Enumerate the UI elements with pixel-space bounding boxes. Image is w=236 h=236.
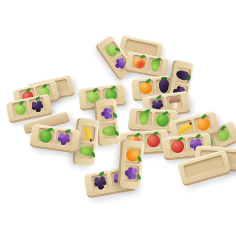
table-surface (0, 0, 236, 236)
orange-icon (195, 116, 211, 131)
peach-icon (132, 56, 145, 69)
pip-recess (78, 143, 94, 159)
eggplant-icon (159, 79, 169, 93)
pip-recess (194, 114, 213, 133)
red-apple-icon (146, 134, 160, 147)
orange-icon (139, 81, 153, 94)
domino-tile-orange-grapes[interactable] (120, 139, 145, 189)
mushroom-icon (167, 95, 182, 110)
banana-icon (84, 125, 92, 141)
green-apple-icon (38, 129, 53, 143)
pip-recess (101, 123, 117, 139)
pip-recess (29, 98, 46, 115)
pip-recess (135, 110, 152, 127)
domino-tile-green-apple-grapes[interactable] (30, 123, 80, 150)
eggplant-icon (175, 69, 190, 82)
pear-icon (149, 59, 160, 73)
domino-tile-grapes-pear[interactable] (96, 98, 121, 146)
pip-recess (147, 57, 163, 73)
pear-icon (138, 111, 149, 126)
pip-recess (124, 146, 141, 163)
pip-recess (131, 55, 147, 71)
pip-recess (166, 94, 183, 111)
pip-recess (145, 132, 162, 149)
lime-icon (14, 103, 28, 116)
pip-recess (99, 105, 115, 121)
pear-icon (102, 125, 116, 136)
domino-tile-peach-pear[interactable] (125, 51, 170, 76)
pip-recess (123, 165, 140, 182)
blackberry-icon (92, 175, 108, 191)
orange-icon (126, 148, 140, 162)
red-apple-icon (171, 139, 185, 153)
green-apple-icon (155, 113, 169, 126)
pear-icon (79, 145, 93, 156)
grapes-icon (100, 106, 114, 120)
pip-recess (80, 125, 96, 141)
pip-recess (12, 101, 29, 118)
pip-recess (174, 67, 191, 84)
grapes-icon (57, 131, 72, 146)
pip-recess (138, 80, 154, 96)
pip-recess (37, 127, 55, 145)
blackberry-icon (30, 99, 45, 113)
grapes-icon (124, 166, 138, 181)
pip-recess (169, 137, 186, 154)
banana-icon (177, 122, 194, 135)
pip-recess (91, 173, 110, 192)
empty-recess (183, 155, 224, 179)
lime-icon (104, 43, 119, 58)
pip-recess (55, 129, 73, 147)
